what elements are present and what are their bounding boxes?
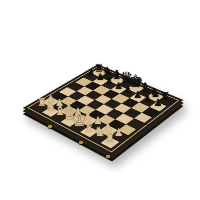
corner-brass-hinge-icon [106, 155, 110, 158]
board-inlay-line [27, 66, 179, 152]
front-brass-clasp-icon [79, 141, 83, 144]
board-field [33, 69, 174, 149]
left-brass-clasp-icon [48, 125, 52, 128]
board-shadow [0, 0, 200, 200]
product-photo: ♜♞♝♛♚♝♞♜♟♟♟♟♟♟♟♟♟♟♟♟♟♟♟♟♜♞♝♛♚♝♞♜ [0, 0, 200, 200]
chess-board [23, 64, 184, 155]
